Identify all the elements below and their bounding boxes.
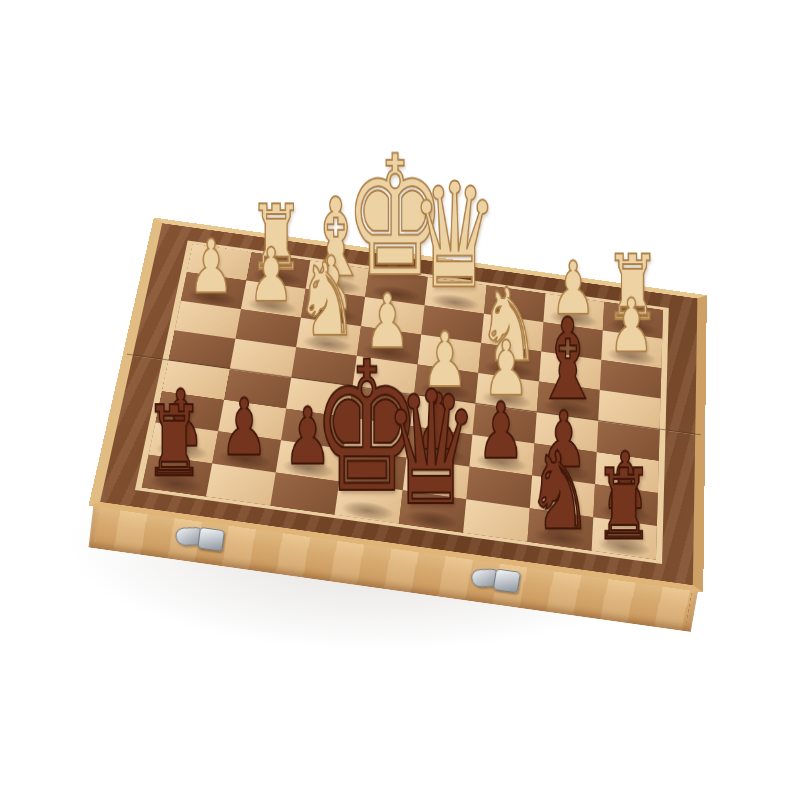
light-rook: ♜ (249, 194, 304, 284)
board-grid: ♜♝♚♛♟♜♟♟♟♟♞♟♞♟♟♝♟♟♟♟♟♟♟♜♚♛♞♜ (142, 244, 663, 560)
scene: ♜♝♚♛♟♜♟♟♟♟♞♟♞♟♟♝♟♟♟♟♟♟♟♜♚♛♞♜ (0, 0, 800, 800)
light-rook: ♜ (605, 244, 660, 334)
latch-clasp-left (174, 522, 227, 554)
board-inner-border: ♜♝♚♛♟♜♟♟♟♟♞♟♞♟♟♝♟♟♟♟♟♟♟♜♚♛♞♜ (135, 240, 669, 564)
light-pawn: ♟ (551, 252, 596, 326)
chessboard: ♜♝♚♛♟♜♟♟♟♟♞♟♞♟♟♝♟♟♟♟♟♟♟♜♚♛♞♜ (88, 217, 706, 592)
product-photo-background: ♜♝♚♛♟♜♟♟♟♟♞♟♞♟♟♝♟♟♟♟♟♟♟♜♚♛♞♜ (0, 0, 800, 800)
square-b2: ♟ (212, 431, 281, 472)
square-e3: ♟ (407, 426, 473, 467)
latch-clasp-right (470, 564, 524, 596)
square-c3 (281, 409, 348, 449)
latch-plate-icon (197, 527, 225, 552)
light-bishop: ♝ (303, 184, 369, 292)
latch-plate-icon (493, 569, 521, 594)
